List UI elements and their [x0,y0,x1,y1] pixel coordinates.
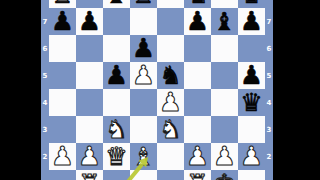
square-h2[interactable]: ♟ [238,143,265,170]
square-g4[interactable] [211,89,238,116]
square-e1[interactable] [157,170,184,180]
square-e4[interactable]: ♟ [157,89,184,116]
square-a8[interactable]: ♜ [49,0,76,8]
piece-black-knight-f8: ♞ [186,0,208,8]
square-e5[interactable]: ♞ [157,62,184,89]
square-a3[interactable] [49,116,76,143]
square-a2[interactable]: ♟ [49,143,76,170]
square-c5[interactable]: ♟ [103,62,130,89]
square-h7[interactable]: ♟ [238,8,265,35]
square-d7[interactable] [130,8,157,35]
square-b6[interactable] [76,35,103,62]
chess-board: 87654321 ♜♝♜♞♚♟♟♟♝♟♟♟♟♞♟♟♛♞♞♟♟♛♝♟♟♟♜♜♚ 8… [41,0,273,180]
square-g5[interactable] [211,62,238,89]
square-h3[interactable] [238,116,265,143]
square-c2[interactable]: ♛ [103,143,130,170]
square-b4[interactable] [76,89,103,116]
square-f8[interactable]: ♞ [184,0,211,8]
square-d1[interactable] [130,170,157,180]
square-c1[interactable] [103,170,130,180]
rank-label-3: 3 [41,116,49,143]
piece-white-king-g1: ♚ [213,170,235,180]
piece-black-pawn-f7: ♟ [186,8,209,35]
rank-labels-left: 87654321 [41,0,49,180]
piece-white-pawn-e4: ♟ [159,89,182,116]
rank-label-8: 8 [41,0,49,8]
square-a4[interactable] [49,89,76,116]
piece-white-queen-c2: ♛ [105,143,127,170]
rank-label-8: 8 [265,0,273,8]
piece-black-pawn-a7: ♟ [51,8,74,35]
piece-black-rook-a8: ♜ [51,0,73,8]
rank-label-6: 6 [41,35,49,62]
piece-black-pawn-h5: ♟ [240,62,263,89]
square-h4[interactable]: ♛ [238,89,265,116]
square-g7[interactable]: ♝ [211,8,238,35]
square-d8[interactable]: ♜ [130,0,157,8]
board-squares: ♜♝♜♞♚♟♟♟♝♟♟♟♟♞♟♟♛♞♞♟♟♛♝♟♟♟♜♜♚ [49,0,265,180]
piece-white-pawn-b2: ♟ [78,143,101,170]
square-b3[interactable] [76,116,103,143]
square-g6[interactable] [211,35,238,62]
rank-labels-right: 87654321 [265,0,273,180]
square-b8[interactable] [76,0,103,8]
square-a7[interactable]: ♟ [49,8,76,35]
piece-white-bishop-d2: ♝ [132,143,154,170]
square-h1[interactable] [238,170,265,180]
square-f7[interactable]: ♟ [184,8,211,35]
square-e6[interactable] [157,35,184,62]
rank-label-3: 3 [265,116,273,143]
piece-white-knight-c3: ♞ [105,116,127,143]
square-d2[interactable]: ♝ [130,143,157,170]
square-f4[interactable] [184,89,211,116]
piece-black-king-h8: ♚ [240,0,262,8]
piece-black-pawn-b7: ♟ [78,8,101,35]
rank-label-7: 7 [265,8,273,35]
square-g1[interactable]: ♚ [211,170,238,180]
square-c8[interactable]: ♝ [103,0,130,8]
square-g8[interactable] [211,0,238,8]
rank-label-4: 4 [41,89,49,116]
square-d3[interactable] [130,116,157,143]
piece-white-pawn-f2: ♟ [186,143,209,170]
piece-black-bishop-c8: ♝ [105,0,127,8]
square-a5[interactable] [49,62,76,89]
square-e2[interactable] [157,143,184,170]
square-d6[interactable]: ♟ [130,35,157,62]
square-e8[interactable] [157,0,184,8]
rank-label-2: 2 [265,143,273,170]
square-c3[interactable]: ♞ [103,116,130,143]
square-c7[interactable] [103,8,130,35]
video-frame: 87654321 ♜♝♜♞♚♟♟♟♝♟♟♟♟♞♟♟♛♞♞♟♟♛♝♟♟♟♜♜♚ 8… [0,0,320,180]
square-g2[interactable]: ♟ [211,143,238,170]
piece-black-bishop-g7: ♝ [213,8,235,35]
rank-label-1: 1 [265,170,273,180]
rank-label-5: 5 [41,62,49,89]
rank-label-6: 6 [265,35,273,62]
square-e7[interactable] [157,8,184,35]
square-b7[interactable]: ♟ [76,8,103,35]
rank-label-7: 7 [41,8,49,35]
square-h8[interactable]: ♚ [238,0,265,8]
square-h5[interactable]: ♟ [238,62,265,89]
square-h6[interactable] [238,35,265,62]
square-b5[interactable] [76,62,103,89]
piece-white-pawn-a2: ♟ [51,143,74,170]
square-e3[interactable]: ♞ [157,116,184,143]
square-g3[interactable] [211,116,238,143]
square-b1[interactable]: ♜ [76,170,103,180]
piece-white-knight-e3: ♞ [159,116,181,143]
piece-white-pawn-g2: ♟ [213,143,236,170]
square-a6[interactable] [49,35,76,62]
square-c6[interactable] [103,35,130,62]
square-d4[interactable] [130,89,157,116]
square-f1[interactable]: ♜ [184,170,211,180]
piece-black-knight-e5: ♞ [159,62,181,89]
square-a1[interactable] [49,170,76,180]
piece-black-pawn-d6: ♟ [132,35,155,62]
square-d5[interactable]: ♟ [130,62,157,89]
square-f6[interactable] [184,35,211,62]
piece-black-rook-d8: ♜ [132,0,154,8]
square-c4[interactable] [103,89,130,116]
piece-white-pawn-d5: ♟ [132,62,155,89]
square-f2[interactable]: ♟ [184,143,211,170]
piece-white-rook-b1: ♜ [78,170,100,180]
square-f5[interactable] [184,62,211,89]
piece-black-pawn-h7: ♟ [240,8,263,35]
piece-white-rook-f1: ♜ [186,170,208,180]
rank-label-2: 2 [41,143,49,170]
square-f3[interactable] [184,116,211,143]
rank-label-4: 4 [265,89,273,116]
rank-label-5: 5 [265,62,273,89]
piece-black-queen-h4: ♛ [240,89,262,116]
piece-black-pawn-c5: ♟ [105,62,128,89]
piece-white-pawn-h2: ♟ [240,143,263,170]
rank-label-1: 1 [41,170,49,180]
square-b2[interactable]: ♟ [76,143,103,170]
